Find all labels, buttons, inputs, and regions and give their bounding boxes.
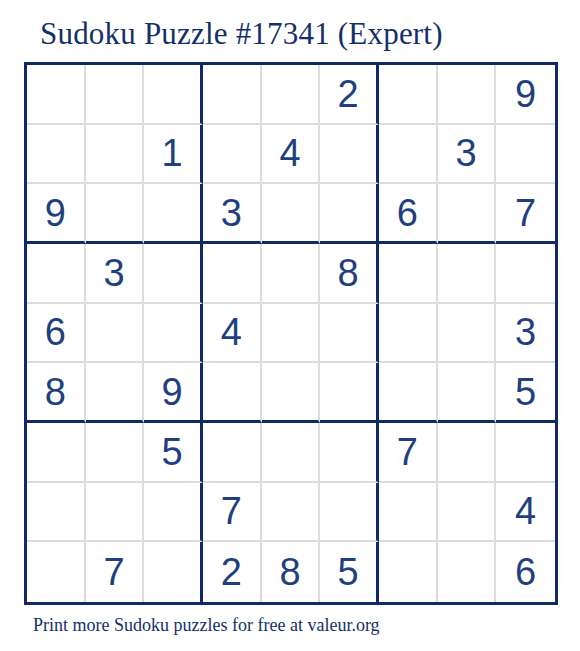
sudoku-cell-r7c7: 7: [379, 423, 438, 483]
sudoku-cell-r8c7: [379, 483, 438, 543]
sudoku-cell-r6c7: [379, 363, 438, 423]
sudoku-cell-r8c5: [262, 483, 321, 543]
sudoku-cell-r4c9: [496, 244, 555, 304]
sudoku-cell-r9c7: [379, 542, 438, 602]
sudoku-cell-r8c2: [86, 483, 145, 543]
sudoku-cell-r3c8: [438, 184, 497, 244]
sudoku-cell-r2c2: [86, 125, 145, 185]
sudoku-cell-r2c4: [203, 125, 262, 185]
sudoku-cell-r3c4: 3: [203, 184, 262, 244]
sudoku-cell-r1c8: [438, 65, 497, 125]
sudoku-cell-r7c6: [320, 423, 379, 483]
sudoku-cell-r8c1: [27, 483, 86, 543]
sudoku-cell-r9c2: 7: [86, 542, 145, 602]
sudoku-cell-r9c5: 8: [262, 542, 321, 602]
sudoku-cell-r1c7: [379, 65, 438, 125]
sudoku-cell-r2c7: [379, 125, 438, 185]
sudoku-cell-r2c8: 3: [438, 125, 497, 185]
sudoku-cell-r7c5: [262, 423, 321, 483]
sudoku-cell-r9c3: [144, 542, 203, 602]
sudoku-cell-r1c4: [203, 65, 262, 125]
sudoku-cell-r8c6: [320, 483, 379, 543]
sudoku-board: 29143936738643895577472856: [24, 62, 558, 605]
sudoku-cell-r3c6: [320, 184, 379, 244]
sudoku-cell-r6c4: [203, 363, 262, 423]
sudoku-cell-r5c5: [262, 304, 321, 364]
sudoku-cell-r9c6: 5: [320, 542, 379, 602]
sudoku-cell-r4c4: [203, 244, 262, 304]
sudoku-cell-r6c9: 5: [496, 363, 555, 423]
sudoku-cell-r1c3: [144, 65, 203, 125]
sudoku-cell-r4c7: [379, 244, 438, 304]
sudoku-cell-r5c2: [86, 304, 145, 364]
sudoku-cell-r2c5: 4: [262, 125, 321, 185]
sudoku-cell-r8c9: 4: [496, 483, 555, 543]
page-title: Sudoku Puzzle #17341 (Expert): [40, 16, 443, 52]
sudoku-cell-r1c9: 9: [496, 65, 555, 125]
sudoku-cell-r6c6: [320, 363, 379, 423]
sudoku-cell-r7c4: [203, 423, 262, 483]
sudoku-cell-r3c3: [144, 184, 203, 244]
sudoku-cell-r6c2: [86, 363, 145, 423]
sudoku-cell-r2c6: [320, 125, 379, 185]
sudoku-cell-r4c3: [144, 244, 203, 304]
sudoku-cell-r9c8: [438, 542, 497, 602]
sudoku-cell-r5c6: [320, 304, 379, 364]
sudoku-cell-r3c5: [262, 184, 321, 244]
sudoku-cell-r6c1: 8: [27, 363, 86, 423]
sudoku-cell-r4c6: 8: [320, 244, 379, 304]
sudoku-cell-r8c3: [144, 483, 203, 543]
sudoku-cell-r1c5: [262, 65, 321, 125]
sudoku-cell-r7c9: [496, 423, 555, 483]
sudoku-cell-r6c8: [438, 363, 497, 423]
footer-text: Print more Sudoku puzzles for free at va…: [33, 615, 380, 636]
sudoku-cell-r7c2: [86, 423, 145, 483]
sudoku-cell-r3c7: 6: [379, 184, 438, 244]
sudoku-cell-r7c1: [27, 423, 86, 483]
sudoku-cell-r4c2: 3: [86, 244, 145, 304]
sudoku-cell-r9c9: 6: [496, 542, 555, 602]
sudoku-cell-r2c1: [27, 125, 86, 185]
sudoku-cell-r8c8: [438, 483, 497, 543]
sudoku-cell-r9c4: 2: [203, 542, 262, 602]
sudoku-cell-r5c3: [144, 304, 203, 364]
sudoku-cell-r5c9: 3: [496, 304, 555, 364]
sudoku-cell-r6c5: [262, 363, 321, 423]
sudoku-cell-r5c4: 4: [203, 304, 262, 364]
sudoku-cell-r5c7: [379, 304, 438, 364]
sudoku-cell-r5c1: 6: [27, 304, 86, 364]
sudoku-cell-r8c4: 7: [203, 483, 262, 543]
sudoku-cell-r4c8: [438, 244, 497, 304]
sudoku-cell-r5c8: [438, 304, 497, 364]
sudoku-cell-r6c3: 9: [144, 363, 203, 423]
sudoku-cell-r1c6: 2: [320, 65, 379, 125]
sudoku-cell-r2c9: [496, 125, 555, 185]
sudoku-cell-r3c9: 7: [496, 184, 555, 244]
sudoku-cell-r1c2: [86, 65, 145, 125]
sudoku-cell-r3c2: [86, 184, 145, 244]
sudoku-cell-r4c5: [262, 244, 321, 304]
sudoku-cell-r3c1: 9: [27, 184, 86, 244]
sudoku-cell-r9c1: [27, 542, 86, 602]
sudoku-cell-r7c8: [438, 423, 497, 483]
sudoku-cell-r1c1: [27, 65, 86, 125]
sudoku-cell-r7c3: 5: [144, 423, 203, 483]
sudoku-cell-r4c1: [27, 244, 86, 304]
sudoku-cell-r2c3: 1: [144, 125, 203, 185]
